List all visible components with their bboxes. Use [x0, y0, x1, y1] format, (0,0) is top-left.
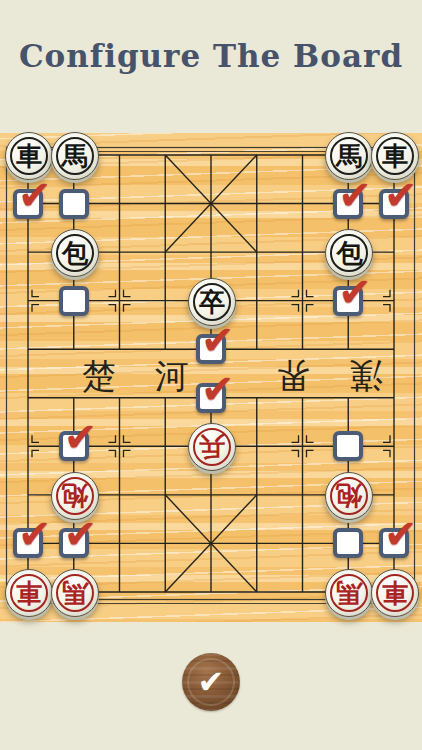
piece-ring: 包 — [56, 234, 94, 272]
checkbox-a2[interactable]: ✔ — [13, 189, 43, 219]
checkmark-icon: ✔ — [18, 514, 52, 554]
piece-ring: 馬 — [56, 137, 94, 175]
checkmark-icon: ✔ — [338, 175, 372, 215]
piece-black-cannon-b3: 包 — [51, 229, 99, 277]
piece-ring: 車 — [376, 574, 414, 612]
piece-ring: 包 — [330, 234, 368, 272]
checkmark-icon: ✔ — [384, 514, 418, 554]
checkbox-h9[interactable] — [333, 528, 363, 558]
checkbox-h7[interactable] — [333, 431, 363, 461]
piece-ring: 炮 — [330, 477, 368, 515]
checkmark-icon: ✔ — [64, 514, 98, 554]
piece-red-horse-b10: 馬 — [51, 569, 99, 617]
piece-red-chariot-i10: 車 — [371, 569, 419, 617]
checkbox-i9[interactable]: ✔ — [379, 528, 409, 558]
piece-red-soldier-e7: 兵 — [188, 423, 236, 471]
piece-glyph: 包 — [336, 240, 362, 266]
piece-ring: 卒 — [193, 283, 231, 321]
confirm-button[interactable]: ✔ — [182, 653, 240, 711]
piece-red-cannon-h8: 炮 — [325, 472, 373, 520]
piece-glyph: 車 — [16, 143, 42, 169]
piece-ring: 馬 — [330, 137, 368, 175]
piece-glyph: 車 — [16, 580, 42, 606]
checkmark-icon: ✔ — [338, 272, 372, 312]
confirm-checkmark-icon: ✔ — [182, 653, 240, 711]
checkbox-h4[interactable]: ✔ — [333, 286, 363, 316]
checkbox-e6[interactable]: ✔ — [196, 383, 226, 413]
piece-glyph: 馬 — [62, 580, 88, 606]
piece-ring: 馬 — [330, 574, 368, 612]
piece-ring: 炮 — [56, 477, 94, 515]
checkbox-h2[interactable]: ✔ — [333, 189, 363, 219]
checkmark-icon: ✔ — [64, 417, 98, 457]
piece-ring: 兵 — [193, 428, 231, 466]
piece-ring: 車 — [10, 137, 48, 175]
checkbox-b7[interactable]: ✔ — [59, 431, 89, 461]
piece-ring: 車 — [10, 574, 48, 612]
piece-glyph: 馬 — [336, 143, 362, 169]
piece-glyph: 馬 — [62, 143, 88, 169]
piece-glyph: 車 — [382, 143, 408, 169]
piece-black-horse-b1: 馬 — [51, 132, 99, 180]
piece-glyph: 炮 — [336, 483, 362, 509]
piece-ring: 車 — [376, 137, 414, 175]
piece-glyph: 包 — [62, 240, 88, 266]
checkmark-icon: ✔ — [201, 369, 235, 409]
checkbox-b9[interactable]: ✔ — [59, 528, 89, 558]
checkmark-icon: ✔ — [384, 175, 418, 215]
checkbox-b2[interactable] — [59, 189, 89, 219]
piece-glyph: 卒 — [199, 289, 225, 315]
piece-glyph: 兵 — [199, 434, 225, 460]
checkmark-icon: ✔ — [18, 175, 52, 215]
xiangqi-board: 楚 河 漢 界 車馬馬車包包卒兵炮炮車馬馬車 ✔✔✔✔✔✔✔✔✔✔ — [0, 133, 422, 622]
page-title: Configure The Board — [0, 38, 422, 74]
checkbox-i2[interactable]: ✔ — [379, 189, 409, 219]
piece-glyph: 炮 — [62, 483, 88, 509]
checkbox-a9[interactable]: ✔ — [13, 528, 43, 558]
piece-glyph: 馬 — [336, 580, 362, 606]
river-text-left: 楚 河 — [82, 355, 203, 397]
piece-red-horse-h10: 馬 — [325, 569, 373, 617]
checkmark-icon: ✔ — [201, 320, 235, 360]
piece-red-chariot-a10: 車 — [5, 569, 53, 617]
river-text-right: 漢 界 — [262, 355, 383, 397]
checkbox-b4[interactable] — [59, 286, 89, 316]
piece-ring: 馬 — [56, 574, 94, 612]
piece-glyph: 車 — [382, 580, 408, 606]
checkbox-e5[interactable]: ✔ — [196, 334, 226, 364]
